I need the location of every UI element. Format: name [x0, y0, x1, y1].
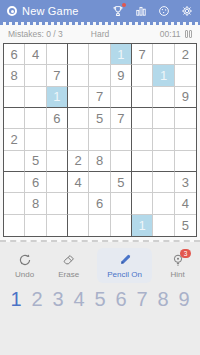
- sudoku-cell-r9c4[interactable]: [68, 215, 89, 236]
- sudoku-cell-r5c6[interactable]: [111, 129, 132, 150]
- sudoku-cell-r9c1[interactable]: [4, 215, 25, 236]
- sudoku-cell-r9c6[interactable]: [111, 215, 132, 236]
- sudoku-cell-r7c2[interactable]: 6: [25, 172, 46, 193]
- trophy-icon[interactable]: [112, 5, 124, 17]
- sudoku-cell-r7c1[interactable]: [4, 172, 25, 193]
- mistakes-label: Mistakes: 0 / 3: [8, 29, 73, 39]
- sudoku-cell-r7c6[interactable]: 5: [111, 172, 132, 193]
- sudoku-cell-r3c6[interactable]: [111, 87, 132, 108]
- erase-label: Erase: [58, 270, 79, 279]
- sudoku-cell-r9c5[interactable]: [89, 215, 110, 236]
- timer-label: 00:11: [160, 29, 181, 39]
- sudoku-cell-r6c8[interactable]: [153, 151, 174, 172]
- toolbar: Undo Erase Pencil On 3 Hin: [0, 242, 200, 285]
- sudoku-cell-r7c3[interactable]: [47, 172, 68, 193]
- sudoku-cell-r9c3[interactable]: [47, 215, 68, 236]
- sudoku-cell-r5c4[interactable]: [68, 129, 89, 150]
- numpad-key-2[interactable]: 2: [28, 288, 46, 311]
- sudoku-cell-r4c4[interactable]: [68, 108, 89, 129]
- hint-label: Hint: [170, 270, 184, 279]
- numpad-key-4[interactable]: 4: [70, 288, 88, 311]
- sudoku-cell-r2c5[interactable]: [89, 65, 110, 86]
- sudoku-cell-r1c1[interactable]: 6: [4, 44, 25, 65]
- sudoku-cell-r3c4[interactable]: [68, 87, 89, 108]
- sudoku-cell-r4c9[interactable]: [175, 108, 196, 129]
- sudoku-cell-r3c7[interactable]: [132, 87, 153, 108]
- sudoku-cell-r8c7[interactable]: [132, 193, 153, 214]
- sudoku-board: 6417287911796572528645386415: [3, 43, 197, 237]
- stats-icon[interactable]: [135, 5, 147, 17]
- sudoku-cell-r2c7[interactable]: [132, 65, 153, 86]
- sudoku-cell-r1c9[interactable]: 2: [175, 44, 196, 65]
- numpad-key-3[interactable]: 3: [49, 288, 67, 311]
- sudoku-cell-r1c3[interactable]: [47, 44, 68, 65]
- sudoku-cell-r4c7[interactable]: [132, 108, 153, 129]
- numpad-key-1[interactable]: 1: [7, 288, 25, 311]
- puzzle-card: Mistakes: 0 / 3 Hard 00:11 6417287911796…: [0, 25, 200, 242]
- sudoku-cell-r4c1[interactable]: [4, 108, 25, 129]
- header-icons: [112, 5, 193, 17]
- sudoku-cell-r6c6[interactable]: [111, 151, 132, 172]
- erase-icon: [61, 252, 76, 267]
- sudoku-cell-r7c9[interactable]: 3: [175, 172, 196, 193]
- hint-icon: 3: [170, 252, 185, 267]
- sudoku-cell-r5c9[interactable]: [175, 129, 196, 150]
- sudoku-cell-r8c3[interactable]: [47, 193, 68, 214]
- sudoku-cell-r2c8[interactable]: 1: [153, 65, 174, 86]
- sudoku-cell-r1c4[interactable]: [68, 44, 89, 65]
- pencil-icon: [117, 252, 132, 267]
- sudoku-cell-r5c2[interactable]: [25, 129, 46, 150]
- new-game-icon[interactable]: [7, 6, 17, 16]
- sudoku-cell-r9c7[interactable]: 1: [132, 215, 153, 236]
- sudoku-cell-r3c1[interactable]: [4, 87, 25, 108]
- sudoku-cell-r5c8[interactable]: [153, 129, 174, 150]
- undo-icon: [17, 252, 32, 267]
- pause-button[interactable]: [185, 30, 193, 38]
- number-pad: 123456789: [0, 288, 200, 311]
- undo-button[interactable]: Undo: [9, 248, 40, 283]
- sudoku-cell-r1c7[interactable]: 7: [132, 44, 153, 65]
- sudoku-cell-r4c2[interactable]: [25, 108, 46, 129]
- theme-icon[interactable]: [158, 5, 170, 17]
- sudoku-cell-r2c3[interactable]: 7: [47, 65, 68, 86]
- sudoku-cell-r2c1[interactable]: 8: [4, 65, 25, 86]
- sudoku-cell-r8c6[interactable]: [111, 193, 132, 214]
- numpad-key-8[interactable]: 8: [154, 288, 172, 311]
- sudoku-cell-r6c9[interactable]: [175, 151, 196, 172]
- sudoku-cell-r1c8[interactable]: [153, 44, 174, 65]
- sudoku-cell-r8c2[interactable]: 8: [25, 193, 46, 214]
- sudoku-cell-r6c3[interactable]: [47, 151, 68, 172]
- sudoku-cell-r5c1[interactable]: 2: [4, 129, 25, 150]
- sudoku-cell-r2c9[interactable]: [175, 65, 196, 86]
- sudoku-cell-r9c8[interactable]: [153, 215, 174, 236]
- numpad-key-9[interactable]: 9: [175, 288, 193, 311]
- sudoku-cell-r5c7[interactable]: [132, 129, 153, 150]
- hint-button[interactable]: 3 Hint: [164, 248, 191, 283]
- settings-icon[interactable]: [181, 5, 193, 17]
- numpad-key-6[interactable]: 6: [112, 288, 130, 311]
- status-bar: Mistakes: 0 / 3 Hard 00:11: [0, 26, 200, 42]
- sudoku-cell-r3c5[interactable]: 7: [89, 87, 110, 108]
- sudoku-cell-r6c5[interactable]: 8: [89, 151, 110, 172]
- sudoku-cell-r8c9[interactable]: 4: [175, 193, 196, 214]
- pencil-label: Pencil On: [107, 270, 142, 279]
- sudoku-cell-r8c8[interactable]: [153, 193, 174, 214]
- sudoku-cell-r1c6[interactable]: 1: [111, 44, 132, 65]
- numpad-key-5[interactable]: 5: [91, 288, 109, 311]
- sudoku-cell-r3c8[interactable]: [153, 87, 174, 108]
- numpad-key-7[interactable]: 7: [133, 288, 151, 311]
- sudoku-cell-r4c8[interactable]: [153, 108, 174, 129]
- sudoku-cell-r1c2[interactable]: 4: [25, 44, 46, 65]
- undo-label: Undo: [15, 270, 34, 279]
- new-game-label[interactable]: New Game: [22, 5, 79, 17]
- sudoku-cell-r9c2[interactable]: [25, 215, 46, 236]
- sudoku-cell-r4c5[interactable]: 5: [89, 108, 110, 129]
- sudoku-cell-r3c2[interactable]: [25, 87, 46, 108]
- sudoku-cell-r7c4[interactable]: 4: [68, 172, 89, 193]
- sudoku-cell-r7c5[interactable]: [89, 172, 110, 193]
- sudoku-cell-r1c5[interactable]: [89, 44, 110, 65]
- sudoku-cell-r2c2[interactable]: [25, 65, 46, 86]
- sudoku-cell-r8c5[interactable]: 6: [89, 193, 110, 214]
- trophy-notification-dot: [122, 3, 126, 7]
- sudoku-cell-r4c3[interactable]: 6: [47, 108, 68, 129]
- sudoku-cell-r5c3[interactable]: [47, 129, 68, 150]
- app-header: New Game: [0, 0, 200, 22]
- sudoku-cell-r7c8[interactable]: [153, 172, 174, 193]
- sudoku-cell-r2c6[interactable]: 9: [111, 65, 132, 86]
- sudoku-cell-r2c4[interactable]: [68, 65, 89, 86]
- difficulty-label: Hard: [73, 29, 127, 39]
- sudoku-cell-r5c5[interactable]: [89, 129, 110, 150]
- sudoku-cell-r6c4[interactable]: 2: [68, 151, 89, 172]
- sudoku-cell-r7c7[interactable]: [132, 172, 153, 193]
- sudoku-cell-r3c3[interactable]: 1: [47, 87, 68, 108]
- sudoku-cell-r8c1[interactable]: [4, 193, 25, 214]
- hint-badge: 3: [180, 249, 191, 258]
- sudoku-cell-r6c2[interactable]: 5: [25, 151, 46, 172]
- sudoku-cell-r4c6[interactable]: 7: [111, 108, 132, 129]
- sudoku-cell-r8c4[interactable]: [68, 193, 89, 214]
- sudoku-cell-r6c1[interactable]: [4, 151, 25, 172]
- sudoku-cell-r6c7[interactable]: [132, 151, 153, 172]
- sudoku-cell-r9c9[interactable]: 5: [175, 215, 196, 236]
- sudoku-cell-r3c9[interactable]: 9: [175, 87, 196, 108]
- erase-button[interactable]: Erase: [52, 248, 85, 283]
- pencil-button[interactable]: Pencil On: [97, 248, 152, 283]
